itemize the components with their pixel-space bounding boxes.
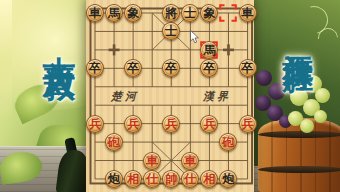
- mouse-cursor: [190, 30, 200, 44]
- banner-left: 古普大叔: [36, 30, 81, 46]
- banner-right: 旗开得胜: [276, 29, 318, 41]
- purple-grape: [256, 70, 272, 86]
- piece-red-soldier-3[interactable]: 兵: [162, 115, 180, 133]
- river-label-left: 楚河: [111, 89, 139, 104]
- piece-red-soldier-1[interactable]: 兵: [86, 115, 104, 133]
- piece-red-soldier-2[interactable]: 兵: [124, 115, 142, 133]
- wooden-barrel: [258, 118, 340, 192]
- river-label-right: 漢界: [203, 89, 231, 104]
- green-grape: [315, 88, 330, 103]
- piece-black-cannon-left[interactable]: 炮: [105, 170, 123, 188]
- green-grape: [314, 110, 327, 123]
- video-thumbnail: 古普大叔 旗开得胜 楚河 漢界 車馬象將士象車士馬卒卒卒卒卒炮炮兵兵兵兵兵砲砲車…: [0, 0, 340, 192]
- left-light-strip: [0, 0, 12, 120]
- piece-red-elephant-left[interactable]: 相: [124, 170, 142, 188]
- xiangqi-board[interactable]: 楚河 漢界 車馬象將士象車士馬卒卒卒卒卒炮炮兵兵兵兵兵砲砲車車相仕帥仕相: [86, 0, 254, 192]
- piece-black-horse-left[interactable]: 馬: [105, 4, 123, 22]
- piece-black-soldier-5[interactable]: 卒: [239, 59, 257, 77]
- piece-red-soldier-5[interactable]: 兵: [239, 115, 257, 133]
- piece-red-chariot-right[interactable]: 車: [181, 152, 199, 170]
- piece-black-chariot-right[interactable]: 車: [239, 4, 257, 22]
- piece-red-soldier-4[interactable]: 兵: [200, 115, 218, 133]
- piece-black-elephant-left[interactable]: 象: [124, 4, 142, 22]
- piece-red-chariot-left[interactable]: 車: [143, 152, 161, 170]
- purple-grape: [279, 73, 293, 87]
- piece-black-chariot-left[interactable]: 車: [86, 4, 104, 22]
- green-grape: [300, 119, 314, 133]
